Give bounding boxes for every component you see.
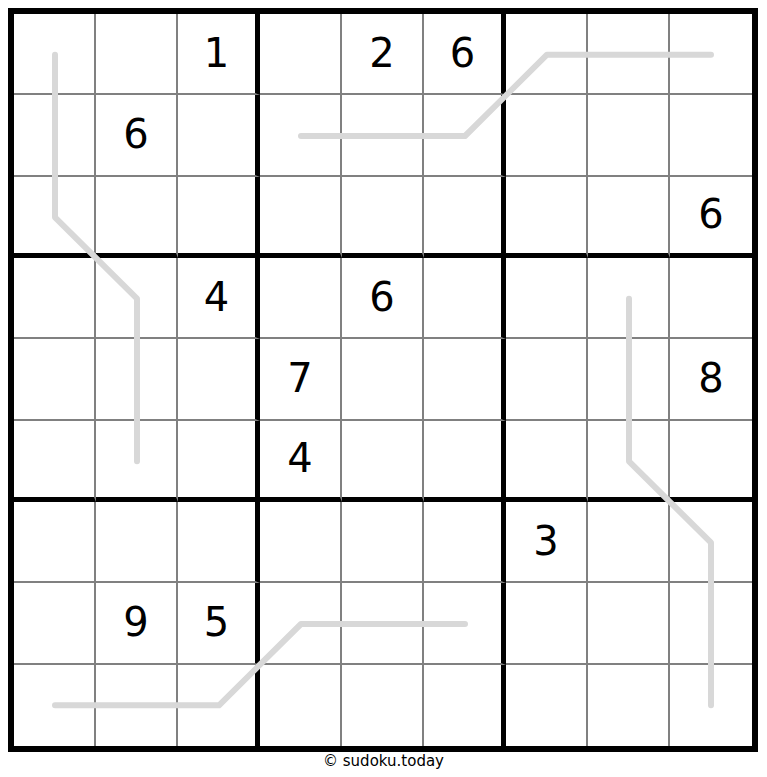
cell-r4c2[interactable] [96,258,178,339]
cell-r6c6[interactable] [424,421,506,502]
given-digit: 2 [369,33,394,73]
cell-r9c7[interactable] [506,665,588,746]
cell-r8c5[interactable] [342,583,424,664]
cell-r8c4[interactable] [260,583,342,664]
cell-r7c2[interactable] [96,502,178,583]
cell-r2c8[interactable] [588,95,670,176]
cell-r3c4[interactable] [260,177,342,258]
cell-r5c3[interactable] [178,339,260,420]
given-digit: 6 [123,114,148,154]
cell-r7c9[interactable] [670,502,752,583]
given-digit: 7 [287,358,312,398]
cell-r5c1[interactable] [14,339,96,420]
cell-r2c5[interactable] [342,95,424,176]
cell-r4c5[interactable]: 6 [342,258,424,339]
sudoku-board: 1266646784395 [8,8,758,752]
given-digit: 6 [698,194,723,234]
cell-r4c9[interactable] [670,258,752,339]
cell-r1c2[interactable] [96,14,178,95]
cell-r5c8[interactable] [588,339,670,420]
cell-r9c2[interactable] [96,665,178,746]
cell-r1c6[interactable]: 6 [424,14,506,95]
cell-r2c6[interactable] [424,95,506,176]
cell-r8c8[interactable] [588,583,670,664]
cell-r8c7[interactable] [506,583,588,664]
cell-r2c9[interactable] [670,95,752,176]
cell-r3c8[interactable] [588,177,670,258]
cell-r6c1[interactable] [14,421,96,502]
given-digit: 4 [287,438,312,478]
cell-r8c3[interactable]: 5 [178,583,260,664]
cell-r3c5[interactable] [342,177,424,258]
cell-r1c3[interactable]: 1 [178,14,260,95]
cell-r2c1[interactable] [14,95,96,176]
cell-r4c3[interactable]: 4 [178,258,260,339]
cell-r3c1[interactable] [14,177,96,258]
cell-r5c4[interactable]: 7 [260,339,342,420]
cell-r1c4[interactable] [260,14,342,95]
cell-r1c1[interactable] [14,14,96,95]
cell-r3c2[interactable] [96,177,178,258]
given-digit: 1 [204,33,229,73]
cell-r2c2[interactable]: 6 [96,95,178,176]
cell-r9c4[interactable] [260,665,342,746]
given-digit: 6 [369,277,394,317]
cell-r8c2[interactable]: 9 [96,583,178,664]
cell-r1c8[interactable] [588,14,670,95]
cell-r6c2[interactable] [96,421,178,502]
cell-r7c5[interactable] [342,502,424,583]
cell-r6c8[interactable] [588,421,670,502]
cell-r5c5[interactable] [342,339,424,420]
cell-r2c3[interactable] [178,95,260,176]
cell-r8c9[interactable] [670,583,752,664]
given-digit: 8 [698,358,723,398]
cell-r8c1[interactable] [14,583,96,664]
cell-r2c7[interactable] [506,95,588,176]
cell-r6c4[interactable]: 4 [260,421,342,502]
cell-r6c3[interactable] [178,421,260,502]
cell-r7c1[interactable] [14,502,96,583]
cell-r9c3[interactable] [178,665,260,746]
cell-r1c7[interactable] [506,14,588,95]
copyright: © sudoku.today [0,752,767,770]
cell-r4c4[interactable] [260,258,342,339]
cell-r6c9[interactable] [670,421,752,502]
cell-r9c8[interactable] [588,665,670,746]
cell-r5c6[interactable] [424,339,506,420]
cell-r5c2[interactable] [96,339,178,420]
cell-r1c9[interactable] [670,14,752,95]
cell-r3c6[interactable] [424,177,506,258]
cell-r6c7[interactable] [506,421,588,502]
cell-r4c6[interactable] [424,258,506,339]
cell-r2c4[interactable] [260,95,342,176]
cell-r7c7[interactable]: 3 [506,502,588,583]
cell-r4c7[interactable] [506,258,588,339]
cell-r8c6[interactable] [424,583,506,664]
cell-r7c4[interactable] [260,502,342,583]
given-digit: 4 [204,277,229,317]
given-digit: 6 [450,33,475,73]
cell-r3c7[interactable] [506,177,588,258]
cell-r5c7[interactable] [506,339,588,420]
cell-r5c9[interactable]: 8 [670,339,752,420]
cell-r7c6[interactable] [424,502,506,583]
cell-r4c8[interactable] [588,258,670,339]
given-digit: 5 [204,602,229,642]
cell-r7c8[interactable] [588,502,670,583]
cell-r1c5[interactable]: 2 [342,14,424,95]
cell-r9c5[interactable] [342,665,424,746]
cell-r3c3[interactable] [178,177,260,258]
given-digit: 9 [123,602,148,642]
cell-r6c5[interactable] [342,421,424,502]
cell-r7c3[interactable] [178,502,260,583]
given-digit: 3 [533,521,558,561]
cell-r9c6[interactable] [424,665,506,746]
cell-r3c9[interactable]: 6 [670,177,752,258]
cell-r9c9[interactable] [670,665,752,746]
cell-r4c1[interactable] [14,258,96,339]
cell-r9c1[interactable] [14,665,96,746]
